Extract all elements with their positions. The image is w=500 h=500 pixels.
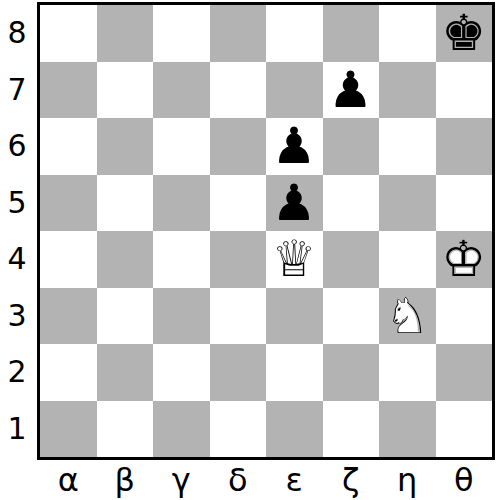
square-c6[interactable] xyxy=(153,118,210,175)
rank-label-6: 6 xyxy=(0,118,34,175)
square-f4[interactable] xyxy=(323,231,380,288)
square-a5[interactable] xyxy=(40,175,97,232)
file-label-b: β xyxy=(97,460,154,500)
white-king: ♚♔ xyxy=(436,231,493,288)
square-d6[interactable] xyxy=(210,118,267,175)
square-e8[interactable] xyxy=(266,5,323,62)
chess-board: ♚♟♟♟♛♕♚♔♞♘ xyxy=(37,2,495,460)
square-c4[interactable] xyxy=(153,231,210,288)
rank-label-8: 8 xyxy=(0,5,34,62)
square-a2[interactable] xyxy=(40,344,97,401)
file-label-g: η xyxy=(379,460,436,500)
square-h1[interactable] xyxy=(436,401,493,458)
square-f5[interactable] xyxy=(323,175,380,232)
square-a1[interactable] xyxy=(40,401,97,458)
square-c5[interactable] xyxy=(153,175,210,232)
rank-label-1: 1 xyxy=(0,401,34,458)
square-e2[interactable] xyxy=(266,344,323,401)
square-b4[interactable] xyxy=(97,231,154,288)
square-h6[interactable] xyxy=(436,118,493,175)
square-c8[interactable] xyxy=(153,5,210,62)
square-a4[interactable] xyxy=(40,231,97,288)
square-f6[interactable] xyxy=(323,118,380,175)
square-g2[interactable] xyxy=(379,344,436,401)
square-a6[interactable] xyxy=(40,118,97,175)
file-label-f: ζ xyxy=(323,460,380,500)
file-label-e: ε xyxy=(266,460,323,500)
file-label-a: α xyxy=(40,460,97,500)
square-c3[interactable] xyxy=(153,288,210,345)
square-f2[interactable] xyxy=(323,344,380,401)
square-h3[interactable] xyxy=(436,288,493,345)
rank-label-5: 5 xyxy=(0,175,34,232)
square-g7[interactable] xyxy=(379,62,436,119)
square-h2[interactable] xyxy=(436,344,493,401)
square-c2[interactable] xyxy=(153,344,210,401)
square-g5[interactable] xyxy=(379,175,436,232)
square-f3[interactable] xyxy=(323,288,380,345)
square-b2[interactable] xyxy=(97,344,154,401)
square-h7[interactable] xyxy=(436,62,493,119)
square-c7[interactable] xyxy=(153,62,210,119)
file-label-c: γ xyxy=(153,460,210,500)
square-d3[interactable] xyxy=(210,288,267,345)
square-d8[interactable] xyxy=(210,5,267,62)
rank-label-3: 3 xyxy=(0,288,34,345)
white-queen: ♛♕ xyxy=(266,231,323,288)
white-knight-outline: ♘ xyxy=(379,288,436,345)
square-d4[interactable] xyxy=(210,231,267,288)
rank-label-4: 4 xyxy=(0,231,34,288)
white-knight: ♞♘ xyxy=(379,288,436,345)
file-labels: αβγδεζηθ xyxy=(40,460,492,500)
square-e4[interactable]: ♛♕ xyxy=(266,231,323,288)
square-g6[interactable] xyxy=(379,118,436,175)
square-e6[interactable]: ♟ xyxy=(266,118,323,175)
square-e7[interactable] xyxy=(266,62,323,119)
square-g3[interactable]: ♞♘ xyxy=(379,288,436,345)
white-king-outline: ♔ xyxy=(436,231,493,288)
rank-label-2: 2 xyxy=(0,344,34,401)
square-b1[interactable] xyxy=(97,401,154,458)
square-g4[interactable] xyxy=(379,231,436,288)
square-f8[interactable] xyxy=(323,5,380,62)
square-d7[interactable] xyxy=(210,62,267,119)
rank-label-7: 7 xyxy=(0,62,34,119)
square-h4[interactable]: ♚♔ xyxy=(436,231,493,288)
square-e3[interactable] xyxy=(266,288,323,345)
rank-labels: 87654321 xyxy=(0,5,34,457)
square-g1[interactable] xyxy=(379,401,436,458)
square-g8[interactable] xyxy=(379,5,436,62)
black-pawn: ♟ xyxy=(266,118,323,175)
black-king: ♚ xyxy=(436,5,493,62)
black-pawn: ♟ xyxy=(323,62,380,119)
square-b6[interactable] xyxy=(97,118,154,175)
square-e1[interactable] xyxy=(266,401,323,458)
square-b5[interactable] xyxy=(97,175,154,232)
chess-diagram: 87654321 ♚♟♟♟♛♕♚♔♞♘ αβγδεζηθ xyxy=(0,0,500,500)
square-d1[interactable] xyxy=(210,401,267,458)
square-a7[interactable] xyxy=(40,62,97,119)
square-c1[interactable] xyxy=(153,401,210,458)
square-h8[interactable]: ♚ xyxy=(436,5,493,62)
square-a8[interactable] xyxy=(40,5,97,62)
black-pawn: ♟ xyxy=(266,175,323,232)
square-h5[interactable] xyxy=(436,175,493,232)
square-f1[interactable] xyxy=(323,401,380,458)
square-e5[interactable]: ♟ xyxy=(266,175,323,232)
square-b8[interactable] xyxy=(97,5,154,62)
square-b7[interactable] xyxy=(97,62,154,119)
square-f7[interactable]: ♟ xyxy=(323,62,380,119)
square-a3[interactable] xyxy=(40,288,97,345)
file-label-h: θ xyxy=(436,460,493,500)
white-queen-outline: ♕ xyxy=(266,231,323,288)
square-d2[interactable] xyxy=(210,344,267,401)
square-d5[interactable] xyxy=(210,175,267,232)
file-label-d: δ xyxy=(210,460,267,500)
square-b3[interactable] xyxy=(97,288,154,345)
